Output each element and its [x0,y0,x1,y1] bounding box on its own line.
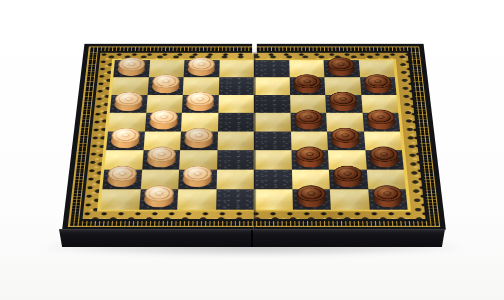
light-piece[interactable] [114,97,143,111]
square-r6c8[interactable] [365,150,404,169]
light-piece[interactable] [146,152,175,167]
dark-piece[interactable] [367,115,396,130]
dark-piece-top [366,110,395,125]
square-r8c7[interactable] [330,189,369,209]
square-r3c1[interactable] [110,95,147,113]
square-r8c1[interactable] [100,189,140,209]
square-r7c1[interactable] [102,169,141,189]
square-r1c1[interactable] [113,60,149,77]
light-piece[interactable] [184,133,213,148]
square-r7c7[interactable] [329,169,368,189]
square-r3c5[interactable] [254,95,290,113]
dark-piece[interactable] [364,79,392,93]
square-r6c6[interactable] [291,150,329,169]
square-r8c2[interactable] [139,189,178,209]
dark-piece[interactable] [369,152,399,167]
square-r8c5[interactable] [254,189,292,209]
square-r8c8[interactable] [368,189,408,209]
square-r3c3[interactable] [182,95,218,113]
square-r6c4[interactable] [217,150,254,169]
square-r3c4[interactable] [218,95,254,113]
square-r1c4[interactable] [219,60,254,77]
square-r8c4[interactable] [216,189,254,209]
light-piece[interactable] [111,133,140,148]
square-r3c7[interactable] [325,95,362,113]
square-r1c3[interactable] [184,60,220,77]
square-r4c2[interactable] [144,113,181,131]
square-r5c7[interactable] [327,131,365,150]
hinge-seam [252,44,255,230]
square-r8c3[interactable] [177,189,216,209]
hinge-gap-notch [252,44,257,55]
light-piece[interactable] [188,62,215,76]
dark-piece[interactable] [296,191,326,207]
hinge-seam-side [251,230,253,247]
dark-piece[interactable] [295,152,324,167]
dark-piece-top [295,147,324,162]
dark-piece[interactable] [328,62,356,76]
square-r5c3[interactable] [180,131,217,150]
square-r7c3[interactable] [178,169,216,189]
square-r1c7[interactable] [324,60,360,77]
light-piece[interactable] [186,97,214,111]
dark-piece-top [293,74,321,88]
light-piece[interactable] [143,191,173,207]
square-r6c5[interactable] [254,150,291,169]
square-r6c2[interactable] [142,150,180,169]
light-piece[interactable] [183,171,212,187]
light-piece[interactable] [107,171,137,187]
square-r4c8[interactable] [362,113,400,131]
square-r4c4[interactable] [217,113,254,131]
square-r4c6[interactable] [290,113,327,131]
square-r7c5[interactable] [254,169,292,189]
light-piece-top [152,74,180,88]
checkers-board [62,44,446,230]
square-r2c8[interactable] [360,77,397,95]
dark-piece-top [363,74,391,88]
dark-piece[interactable] [294,115,322,130]
light-piece[interactable] [117,62,145,76]
square-r5c1[interactable] [106,131,144,150]
square-r4c5[interactable] [254,113,291,131]
photo-background [0,0,504,300]
square-r5c5[interactable] [254,131,291,150]
square-r2c6[interactable] [289,77,325,95]
light-piece[interactable] [151,79,179,93]
dark-piece-top [329,92,357,106]
square-r5c4[interactable] [217,131,254,150]
dark-piece[interactable] [293,79,321,93]
dark-piece[interactable] [372,191,403,207]
square-r7c4[interactable] [216,169,254,189]
dark-piece-top [294,110,322,125]
dark-piece[interactable] [331,133,360,148]
board-side-edge [59,229,445,247]
square-r1c5[interactable] [254,60,289,77]
square-r2c2[interactable] [147,77,183,95]
dark-piece-top [327,57,355,71]
dark-piece[interactable] [329,97,357,111]
dark-piece[interactable] [333,171,363,187]
light-piece[interactable] [149,115,178,130]
light-piece-top [188,57,215,71]
square-r2c5[interactable] [254,77,290,95]
square-r2c4[interactable] [218,77,254,95]
square-r8c6[interactable] [292,189,331,209]
